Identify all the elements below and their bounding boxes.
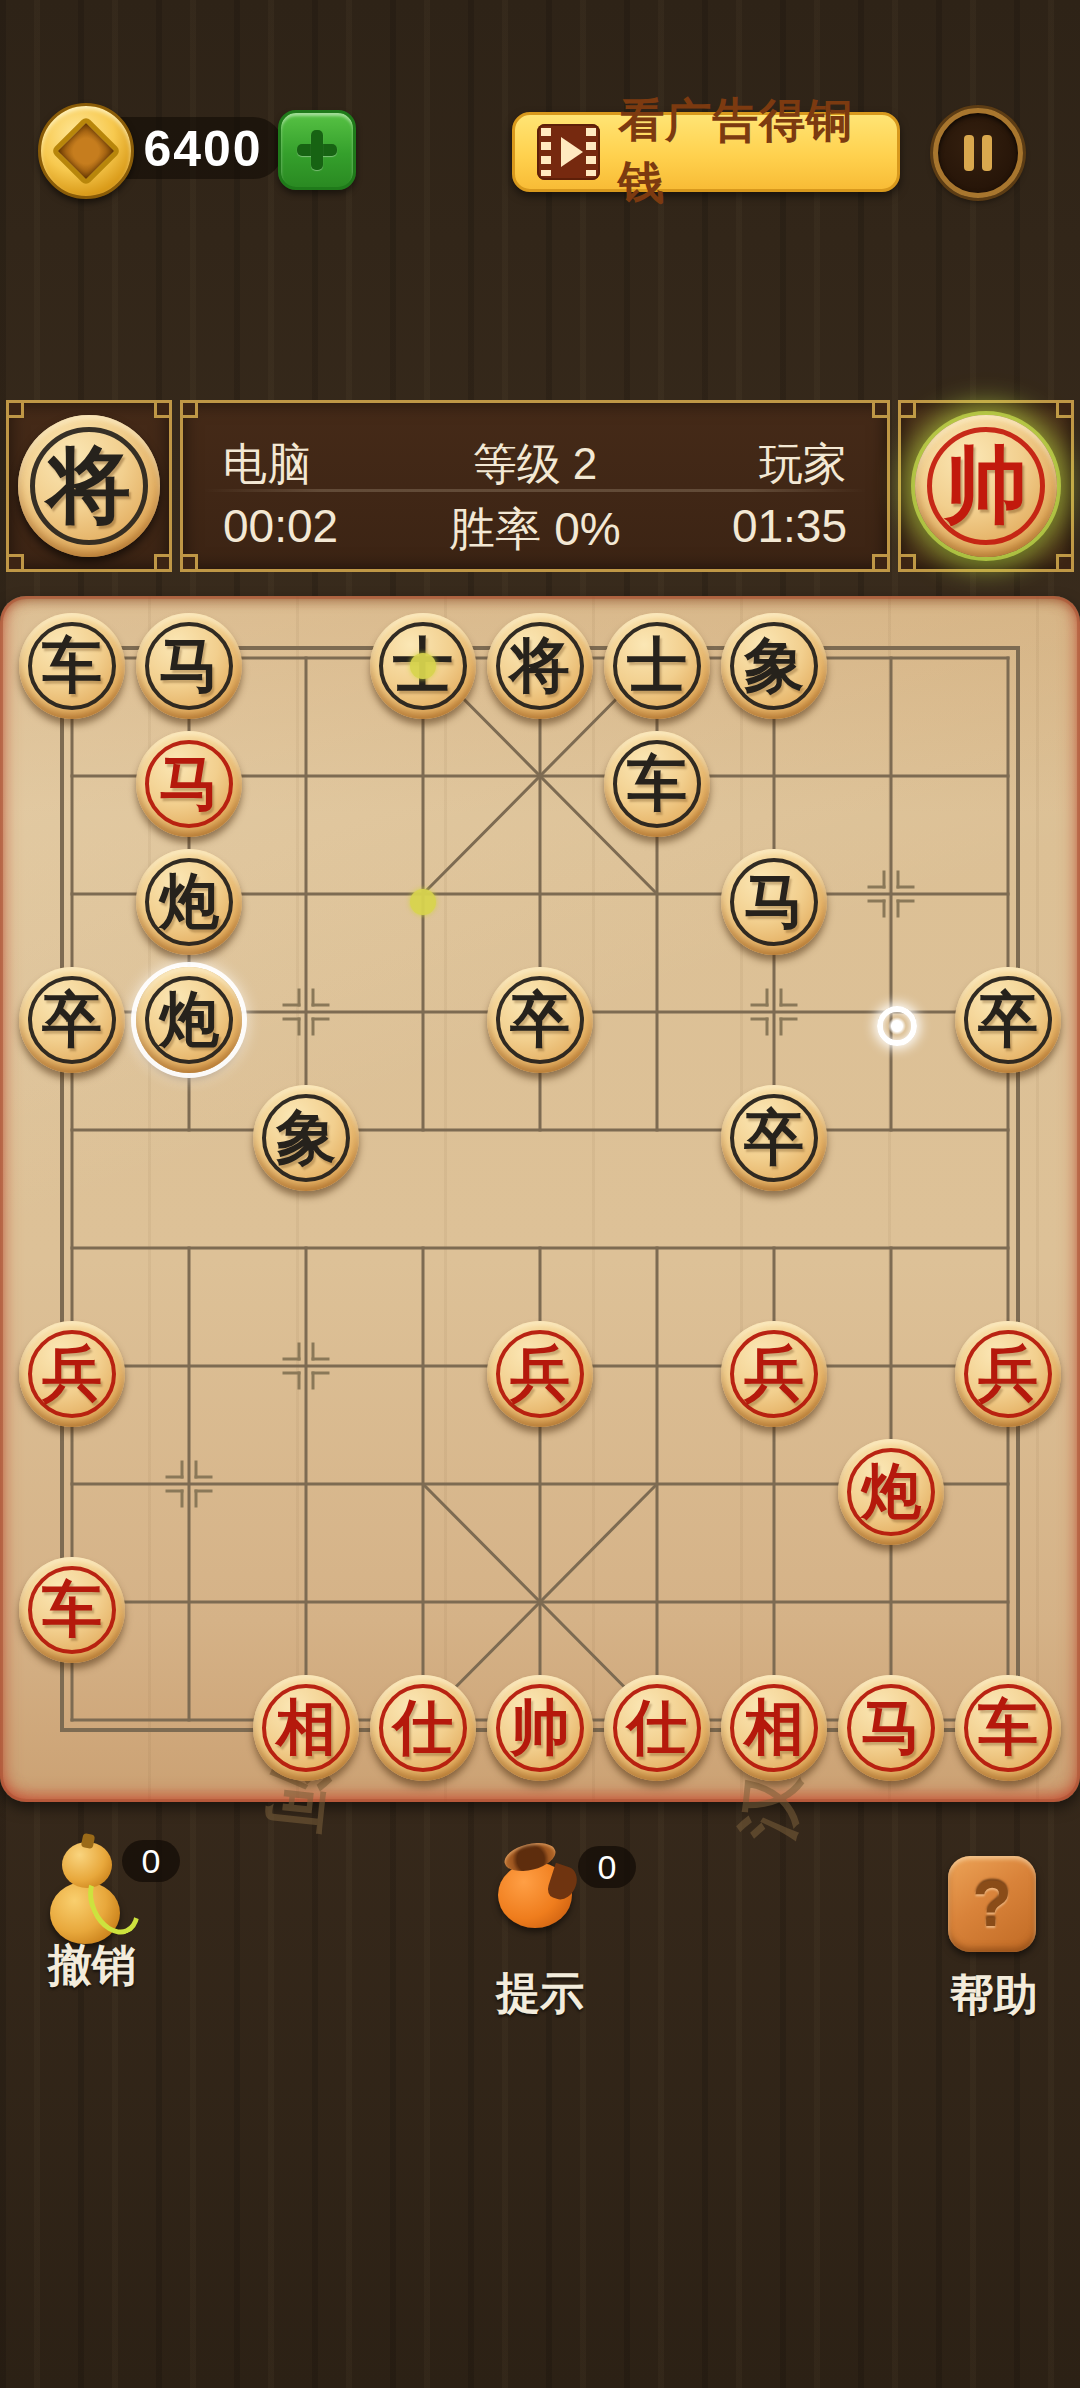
board-piece-red-车-89[interactable]: 车 <box>955 1675 1061 1781</box>
coin-hole <box>51 116 122 187</box>
hint-count-badge: 0 <box>578 1846 636 1888</box>
watch-ad-button[interactable]: 看广告得铜钱 <box>512 112 900 192</box>
board-piece-red-兵-06[interactable]: 兵 <box>19 1321 125 1427</box>
board-piece-black-车-51[interactable]: 车 <box>604 731 710 837</box>
undo-count-badge: 0 <box>122 1840 180 1882</box>
undo-label: 撤销 <box>48 1936 136 1995</box>
board-piece-black-卒-64[interactable]: 卒 <box>721 1085 827 1191</box>
board-piece-red-兵-86[interactable]: 兵 <box>955 1321 1061 1427</box>
board-piece-black-马-10[interactable]: 马 <box>136 613 242 719</box>
add-coins-button[interactable] <box>278 110 356 190</box>
watch-ad-label: 看广告得铜钱 <box>618 90 897 214</box>
board-piece-black-卒-43[interactable]: 卒 <box>487 967 593 1073</box>
board-piece-red-仕-59[interactable]: 仕 <box>604 1675 710 1781</box>
board-piece-black-象-60[interactable]: 象 <box>721 613 827 719</box>
board-piece-red-马-79[interactable]: 马 <box>838 1675 944 1781</box>
board-piece-red-仕-39[interactable]: 仕 <box>370 1675 476 1781</box>
board-piece-red-相-69[interactable]: 相 <box>721 1675 827 1781</box>
board-piece-black-马-62[interactable]: 马 <box>721 849 827 955</box>
board-piece-black-将-40[interactable]: 将 <box>487 613 593 719</box>
red-player-clock: 01:35 <box>627 499 847 553</box>
play-icon <box>561 137 583 167</box>
board-piece-black-炮-13[interactable]: 炮 <box>136 967 242 1073</box>
board-piece-black-车-00[interactable]: 车 <box>19 613 125 719</box>
red-avatar: 帅 <box>915 415 1057 557</box>
target-ring-marker[interactable] <box>877 1006 917 1046</box>
board-piece-black-卒-03[interactable]: 卒 <box>19 967 125 1073</box>
coin-amount: 6400 <box>128 119 278 179</box>
coin-icon <box>38 103 134 199</box>
pause-button[interactable] <box>933 108 1023 198</box>
board-piece-red-马-11[interactable]: 马 <box>136 731 242 837</box>
board-piece-red-炮-77[interactable]: 炮 <box>838 1439 944 1545</box>
board-piece-red-兵-46[interactable]: 兵 <box>487 1321 593 1427</box>
question-mark-icon: ? <box>972 1867 1011 1941</box>
match-info-panel: 电脑 00:02 等级 2 胜率 0% 玩家 01:35 <box>180 400 890 572</box>
board-piece-red-相-29[interactable]: 相 <box>253 1675 359 1781</box>
red-player-name: 玩家 <box>627 435 847 494</box>
black-avatar: 将 <box>18 415 160 557</box>
board-piece-red-兵-66[interactable]: 兵 <box>721 1321 827 1427</box>
last-move-dot <box>410 889 436 915</box>
black-player-panel: 将 <box>6 400 172 572</box>
board-piece-black-士-50[interactable]: 士 <box>604 613 710 719</box>
board-piece-black-卒-83[interactable]: 卒 <box>955 967 1061 1073</box>
hint-pot-icon <box>498 1846 578 1956</box>
gourd-icon <box>50 1842 130 1946</box>
board-piece-red-帅-49[interactable]: 帅 <box>487 1675 593 1781</box>
board-piece-red-车-08[interactable]: 车 <box>19 1557 125 1663</box>
pause-icon <box>964 135 974 171</box>
red-player-panel: 帅 <box>898 400 1074 572</box>
last-move-dot <box>410 653 436 679</box>
board-piece-black-炮-12[interactable]: 炮 <box>136 849 242 955</box>
video-ad-icon <box>537 124 600 180</box>
hint-label: 提示 <box>496 1964 584 2023</box>
help-label: 帮助 <box>950 1966 1038 2025</box>
board-piece-black-象-24[interactable]: 象 <box>253 1085 359 1191</box>
help-button[interactable]: ? <box>948 1856 1036 1952</box>
xiangqi-board[interactable]: 楚河 汉界 车马士将士象马车炮马卒炮卒卒象卒兵兵兵兵炮车相仕帅仕相马车 <box>0 596 1080 1802</box>
